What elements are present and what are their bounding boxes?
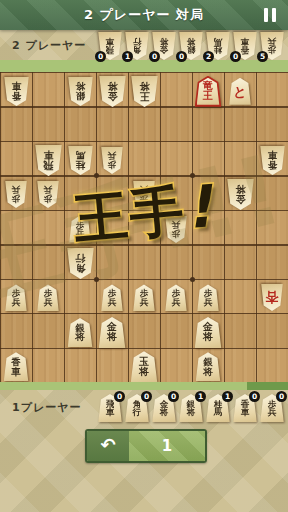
player1-hand-tray: 1プレーヤー 飛車0角行0金将0銀将1桂馬1香車0歩兵0 — [0, 392, 288, 424]
piece-kanji: 王 — [139, 91, 149, 101]
player2-hand-tray: 2 プレーヤー 飛車0角行1金将0銀将0桂馬2香車0歩兵5 — [0, 30, 288, 62]
piece-kanji: 桂 — [214, 46, 223, 55]
hand-slot[interactable]: 桂馬2 — [206, 32, 230, 60]
piece-kanji: 杏 — [266, 291, 279, 304]
undo-count[interactable]: 1 — [129, 431, 205, 461]
shogi-piece[interactable]: 銀将 — [68, 318, 93, 347]
hand-slot[interactable]: 金将0 — [152, 394, 176, 422]
player1-captured-pieces: 飛車0角行0金将0銀将1桂馬1香車0歩兵0 — [98, 394, 284, 422]
piece-kanji: 香 — [267, 160, 277, 170]
shogi-piece[interactable]: 歩兵 — [165, 216, 187, 243]
hand-slot[interactable]: 飛車0 — [98, 32, 122, 60]
hand-count-badge: 0 — [168, 391, 179, 402]
shogi-piece[interactable]: 王将 — [131, 76, 158, 107]
piece-kanji: 香 — [11, 91, 21, 101]
hand-count-badge: 1 — [122, 51, 133, 62]
shogi-piece[interactable]: 金将 — [99, 317, 126, 348]
piece-kanji: 兵 — [172, 221, 181, 230]
shogi-piece[interactable]: 竜王 — [195, 76, 222, 107]
piece-kanji: 金 — [107, 91, 117, 101]
piece-kanji: 車 — [106, 38, 115, 47]
pause-icon — [264, 8, 268, 22]
piece-kanji: 将 — [160, 38, 169, 47]
board-gridlines — [0, 72, 288, 382]
piece-kanji: 兵 — [172, 298, 181, 307]
board-top-strip — [0, 60, 288, 72]
shogi-piece[interactable]: と — [229, 78, 251, 105]
hand-count-badge: 2 — [203, 51, 214, 62]
piece-kanji: 兵 — [108, 298, 117, 307]
piece-kanji: 銀 — [187, 46, 196, 55]
shogi-piece[interactable]: 歩兵 — [5, 181, 27, 208]
piece-kanji: 兵 — [76, 229, 85, 238]
piece-kanji: 将 — [187, 38, 196, 47]
shogi-piece[interactable]: 歩兵 — [101, 147, 123, 174]
undo-bar: ↶ 1 — [85, 429, 207, 463]
hand-slot[interactable]: 歩兵5 — [260, 32, 284, 60]
hand-slot[interactable]: 香車0 — [233, 394, 257, 422]
pause-button[interactable] — [264, 8, 276, 22]
star-point — [94, 277, 99, 282]
piece-kanji: 香 — [241, 46, 250, 55]
piece-kanji: 将 — [235, 185, 245, 195]
hand-count-badge: 0 — [276, 391, 287, 402]
undo-button[interactable]: ↶ — [87, 431, 129, 461]
top-app-bar: 2 プレーヤー 対局 — [0, 0, 288, 30]
shogi-piece[interactable]: 桂馬 — [68, 146, 93, 175]
hand-count-badge: 1 — [195, 391, 206, 402]
star-point — [190, 173, 195, 178]
piece-kanji: 銀 — [75, 91, 85, 101]
piece-kanji: 車 — [267, 151, 277, 161]
piece-kanji: 車 — [11, 82, 21, 92]
shogi-piece[interactable]: 歩兵 — [37, 284, 59, 311]
hand-slot[interactable]: 銀将0 — [179, 32, 203, 60]
piece-kanji: 将 — [107, 81, 117, 91]
shogi-piece[interactable]: 玉将 — [131, 351, 158, 382]
hand-slot[interactable]: 金将0 — [152, 32, 176, 60]
shogi-piece[interactable]: 歩兵 — [101, 284, 123, 311]
piece-kanji: 金 — [160, 46, 169, 55]
piece-kanji: 歩 — [44, 195, 53, 204]
piece-kanji: 角 — [75, 263, 85, 273]
piece-kanji: 兵 — [12, 298, 21, 307]
shogi-piece[interactable]: 香車 — [4, 352, 29, 381]
piece-kanji: 将 — [187, 408, 196, 417]
piece-kanji: 兵 — [12, 186, 21, 195]
piece-kanji: 将 — [139, 367, 149, 377]
piece-kanji: 王 — [203, 91, 213, 101]
shogi-piece[interactable]: 銀将 — [68, 77, 93, 106]
hand-slot[interactable]: 角行1 — [125, 32, 149, 60]
hand-slot[interactable]: 歩兵0 — [260, 394, 284, 422]
piece-kanji: 歩 — [108, 160, 117, 169]
piece-kanji: 兵 — [44, 186, 53, 195]
shogi-piece[interactable]: 角行 — [67, 248, 94, 279]
piece-kanji: 車 — [241, 408, 250, 417]
piece-kanji: 飛 — [106, 46, 115, 55]
app-title: 2 プレーヤー 対局 — [84, 6, 204, 24]
shogi-piece[interactable]: 香車 — [260, 146, 285, 175]
piece-kanji: 馬 — [214, 38, 223, 47]
player2-captured-pieces: 飛車0角行1金将0銀将0桂馬2香車0歩兵5 — [98, 32, 284, 60]
piece-kanji: 車 — [43, 150, 53, 160]
shogi-piece[interactable]: 歩兵 — [69, 216, 91, 243]
hand-count-badge: 0 — [114, 391, 125, 402]
player2-label: 2 プレーヤー — [12, 38, 86, 53]
piece-kanji: 行 — [75, 253, 85, 263]
piece-kanji: 歩 — [172, 229, 181, 238]
piece-kanji: 桂 — [75, 160, 85, 170]
shogi-piece[interactable]: 歩兵 — [165, 284, 187, 311]
piece-kanji: 車 — [11, 367, 21, 377]
piece-kanji: 飛 — [43, 160, 53, 170]
shogi-piece[interactable]: 歩兵 — [5, 284, 27, 311]
piece-kanji: 兵 — [268, 408, 277, 417]
piece-kanji: 兵 — [140, 186, 149, 195]
piece-kanji: 兵 — [108, 152, 117, 161]
hand-slot[interactable]: 桂馬1 — [206, 394, 230, 422]
piece-kanji: 将 — [139, 81, 149, 91]
shogi-piece[interactable]: 飛車 — [35, 145, 62, 176]
hand-count-badge: 0 — [149, 51, 160, 62]
piece-kanji: 兵 — [204, 298, 213, 307]
shogi-piece[interactable]: 杏 — [261, 284, 283, 311]
piece-kanji: 将 — [75, 332, 85, 342]
shogi-piece[interactable]: 香車 — [4, 77, 29, 106]
piece-kanji: 兵 — [140, 298, 149, 307]
hand-count-badge: 0 — [95, 51, 106, 62]
strip-dark-segment — [247, 382, 288, 390]
board-bottom-strip — [0, 382, 288, 390]
hand-slot[interactable]: 銀将1 — [179, 394, 203, 422]
pause-icon — [272, 8, 276, 22]
hand-count-badge: 1 — [222, 391, 233, 402]
piece-kanji: 金 — [235, 195, 245, 205]
shogi-piece[interactable]: 金将 — [227, 179, 254, 210]
piece-kanji: 歩 — [12, 195, 21, 204]
piece-kanji: 歩 — [140, 195, 149, 204]
hand-slot[interactable]: 飛車0 — [98, 394, 122, 422]
hand-slot[interactable]: 角行0 — [125, 394, 149, 422]
shogi-piece[interactable]: 歩兵 — [197, 284, 219, 311]
piece-kanji: 将 — [107, 332, 117, 342]
piece-kanji: 兵 — [44, 298, 53, 307]
player1-label: 1プレーヤー — [12, 400, 81, 415]
star-point — [94, 173, 99, 178]
piece-kanji: 車 — [106, 408, 115, 417]
piece-kanji: 将 — [203, 332, 213, 342]
hand-count-badge: 0 — [176, 51, 187, 62]
piece-kanji: 将 — [160, 408, 169, 417]
piece-kanji: 車 — [241, 38, 250, 47]
shogi-piece[interactable]: 金将 — [195, 317, 222, 348]
shogi-piece[interactable]: 歩兵 — [133, 284, 155, 311]
star-point — [190, 277, 195, 282]
undo-arrow-icon: ↶ — [100, 436, 115, 454]
hand-slot[interactable]: 香車0 — [233, 32, 257, 60]
piece-kanji: 行 — [133, 38, 142, 47]
piece-kanji: 馬 — [75, 151, 85, 161]
piece-kanji: と — [233, 85, 246, 98]
hand-count-badge: 0 — [249, 391, 260, 402]
piece-kanji: 兵 — [268, 38, 277, 47]
hand-count-badge: 5 — [257, 51, 268, 62]
shogi-piece[interactable]: 歩兵 — [133, 181, 155, 208]
shogi-piece[interactable]: 金将 — [99, 76, 126, 107]
shogi-board[interactable]: 王手!!! 香車銀将金将王将竜王と飛車桂馬歩兵香車歩兵歩兵歩兵金将歩兵歩兵角行歩… — [0, 72, 288, 382]
hand-count-badge: 0 — [141, 391, 152, 402]
shogi-piece[interactable]: 銀将 — [196, 352, 221, 381]
hand-count-badge: 0 — [230, 51, 241, 62]
piece-kanji: 行 — [133, 408, 142, 417]
piece-kanji: 将 — [75, 82, 85, 92]
piece-kanji: 歩 — [268, 46, 277, 55]
piece-kanji: 角 — [133, 46, 142, 55]
piece-kanji: 将 — [203, 367, 213, 377]
piece-kanji: 馬 — [214, 408, 223, 417]
shogi-piece[interactable]: 歩兵 — [37, 181, 59, 208]
